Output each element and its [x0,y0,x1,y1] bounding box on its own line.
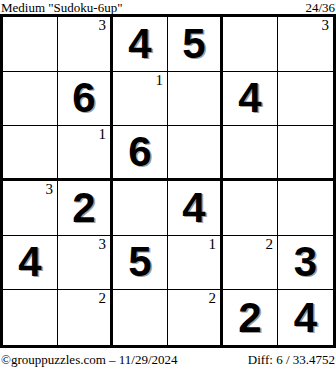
cell-r6c4[interactable]: 2 [168,290,223,345]
sudoku-board: 3453614163244351232224 [0,14,336,348]
cell-r1c1[interactable] [3,17,58,72]
cell-r6c3[interactable] [113,290,168,345]
cell-r3c3: 6 [113,126,168,181]
cell-r1c6[interactable]: 3 [278,17,333,72]
cell-r2c1[interactable] [3,72,58,127]
given-digit: 4 [18,241,41,283]
cell-r6c1[interactable] [3,290,58,345]
cell-r5c3: 5 [113,236,168,291]
given-digit: 6 [128,131,151,173]
corner-mark: 1 [209,237,217,252]
cell-r4c4: 4 [168,181,223,236]
given-digit: 4 [128,23,151,65]
page-header: Medium "Sudoku-6up" 24/36 [1,0,335,14]
cell-r3c4[interactable] [168,126,223,181]
cell-r5c1: 4 [3,236,58,291]
page-footer: ©grouppuzzles.com – 11/29/2024 Diff: 6 /… [1,350,335,368]
given-digit: 4 [182,187,205,229]
cell-r2c6[interactable] [278,72,333,127]
cell-r1c5[interactable] [223,17,278,72]
cell-r2c4[interactable] [168,72,223,127]
corner-mark: 3 [99,18,107,33]
given-digit: 2 [238,297,261,339]
progress-counter: 24/36 [305,1,335,14]
cell-r1c2[interactable]: 3 [58,17,113,72]
cell-r4c5[interactable] [223,181,278,236]
cell-r1c4: 5 [168,17,223,72]
cell-r2c2: 6 [58,72,113,127]
corner-mark: 3 [46,182,54,197]
corner-mark: 1 [99,127,107,142]
cell-r5c5[interactable]: 2 [223,236,278,291]
given-digit: 5 [128,241,151,283]
given-digit: 3 [294,241,317,283]
corner-mark: 2 [209,291,217,306]
cell-r2c5: 4 [223,72,278,127]
cell-r4c1[interactable]: 3 [3,181,58,236]
corner-mark: 2 [266,237,274,252]
cell-r6c2[interactable]: 2 [58,290,113,345]
given-digit: 4 [294,297,317,339]
page-title: Medium "Sudoku-6up" [1,1,122,14]
corner-mark: 2 [99,291,107,306]
cell-r4c3[interactable] [113,181,168,236]
corner-mark: 3 [99,237,107,252]
cell-r6c6: 4 [278,290,333,345]
corner-mark: 3 [322,18,330,33]
given-digit: 6 [72,77,95,119]
cell-r5c2[interactable]: 3 [58,236,113,291]
cell-r1c3: 4 [113,17,168,72]
cell-r4c6[interactable] [278,181,333,236]
given-digit: 4 [238,77,261,119]
copyright-date: ©grouppuzzles.com – 11/29/2024 [1,353,178,366]
given-digit: 5 [182,23,205,65]
cell-r5c4[interactable]: 1 [168,236,223,291]
cell-r6c5: 2 [223,290,278,345]
cell-r3c6[interactable] [278,126,333,181]
cell-r4c2: 2 [58,181,113,236]
difficulty-value: Diff: 6 / 33.4752 [248,353,335,366]
corner-mark: 1 [156,73,164,88]
cell-r3c1[interactable] [3,126,58,181]
cell-r5c6: 3 [278,236,333,291]
cell-r3c2[interactable]: 1 [58,126,113,181]
cell-r2c3[interactable]: 1 [113,72,168,127]
given-digit: 2 [72,187,95,229]
cell-r3c5[interactable] [223,126,278,181]
